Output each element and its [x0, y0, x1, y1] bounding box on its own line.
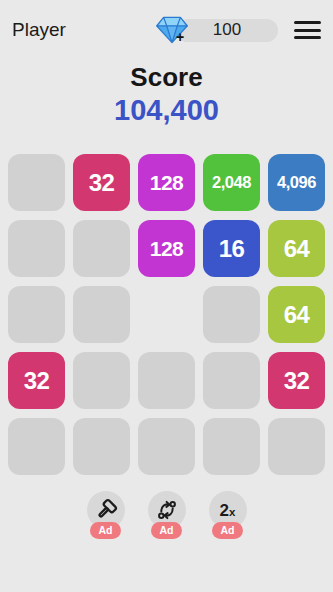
tile-64[interactable]: 64: [268, 286, 325, 343]
board-hole: [138, 286, 195, 343]
tile-32[interactable]: 32: [268, 352, 325, 409]
board-cell-empty[interactable]: [138, 352, 195, 409]
score-block: Score 104,400: [0, 62, 333, 128]
gem-plus-icon: +: [176, 30, 184, 44]
ad-badge: Ad: [90, 522, 121, 539]
hammer-powerup-button[interactable]: Ad: [87, 491, 125, 539]
board-cell-empty[interactable]: [268, 418, 325, 475]
board-cell-empty[interactable]: [8, 286, 65, 343]
score-value: 104,400: [0, 92, 333, 128]
score-label: Score: [0, 62, 333, 92]
powerup-bar: Ad Ad 2x Ad: [0, 491, 333, 539]
board-cell-empty[interactable]: [203, 286, 260, 343]
board-cell-empty[interactable]: [73, 220, 130, 277]
tile-4096[interactable]: 4,096: [268, 154, 325, 211]
board-cell-empty[interactable]: [8, 154, 65, 211]
board-cell-empty[interactable]: [203, 352, 260, 409]
top-bar: Player 100 +: [0, 0, 333, 44]
hammer-icon: [93, 497, 119, 523]
tile-32[interactable]: 32: [8, 352, 65, 409]
double-2x-label: 2x: [220, 502, 236, 519]
tile-64[interactable]: 64: [268, 220, 325, 277]
board-cell-empty[interactable]: [73, 286, 130, 343]
player-name: Player: [12, 19, 176, 41]
ad-badge: Ad: [151, 522, 182, 539]
game-screen: Player 100 + Score 104,400 321282,0484,0…: [0, 0, 333, 592]
board-cell-empty[interactable]: [73, 418, 130, 475]
double-powerup-button[interactable]: 2x Ad: [209, 491, 247, 539]
gem-count-value: 100: [213, 20, 241, 40]
gem-counter[interactable]: 100 +: [176, 19, 278, 42]
gem-count-pill[interactable]: 100: [176, 19, 278, 42]
ad-badge: Ad: [212, 522, 243, 539]
tile-32[interactable]: 32: [73, 154, 130, 211]
board-cell-empty[interactable]: [203, 418, 260, 475]
game-board: 321282,0484,0961281664643232: [8, 154, 325, 475]
tile-16[interactable]: 16: [203, 220, 260, 277]
tile-128[interactable]: 128: [138, 154, 195, 211]
tile-128[interactable]: 128: [138, 220, 195, 277]
swap-arrows-icon: [155, 498, 179, 522]
tile-2048[interactable]: 2,048: [203, 154, 260, 211]
board-cell-empty[interactable]: [8, 220, 65, 277]
board-cell-empty[interactable]: [138, 418, 195, 475]
board-cell-empty[interactable]: [73, 352, 130, 409]
swap-powerup-button[interactable]: Ad: [148, 491, 186, 539]
board-cell-empty[interactable]: [8, 418, 65, 475]
hamburger-menu-icon[interactable]: [294, 19, 321, 41]
